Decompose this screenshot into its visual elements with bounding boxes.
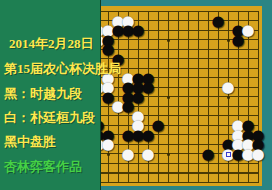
black-player: 黑：时越九段 [4,86,82,101]
star-point [107,153,110,156]
star-point [167,96,170,99]
last-move-marker [226,152,231,157]
white-player: 白：朴廷桓九段 [4,110,95,125]
event-title: 第15届农心杯决胜局 [4,61,121,76]
game-date: 2014年2月28日 [9,36,94,51]
go-board[interactable]: ●●●●●●●●●●●●●●●●●●●●●●●●●●●●●●●●●●●●●●●●… [73,6,262,186]
go-diagram-screenshot: ●●●●●●●●●●●●●●●●●●●●●●●●●●●●●●●●●●●●●●●●… [0,0,272,190]
caption-panel: 2014年2月28日 第15届农心杯决胜局 黑：时越九段 白：朴廷桓九段 黑中盘… [0,0,101,190]
star-point [107,39,110,42]
star-point [227,96,230,99]
star-point [227,39,230,42]
star-point [107,96,110,99]
game-result: 黑中盘胜 [4,134,56,149]
author-credit: 杏林弈客作品 [4,159,82,174]
star-point [167,153,170,156]
star-point [167,39,170,42]
